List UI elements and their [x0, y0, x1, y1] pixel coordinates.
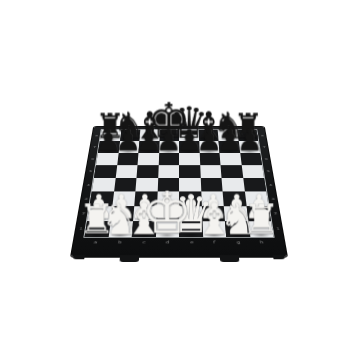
square-h6[interactable] [240, 153, 262, 165]
square-h7[interactable]: ♟ [238, 141, 260, 153]
rank-label-5: 5 [266, 170, 269, 173]
square-a5[interactable] [94, 165, 117, 178]
square-d5[interactable] [158, 165, 179, 178]
file-label-c: c [142, 240, 145, 244]
square-c6[interactable] [138, 153, 159, 165]
square-e6[interactable] [179, 153, 200, 165]
rank-label-6: 6 [264, 158, 267, 161]
square-d1[interactable]: ♚ [155, 221, 179, 237]
rank-label-6: 6 [91, 158, 94, 161]
square-b6[interactable] [117, 153, 139, 165]
file-label-a: a [94, 240, 98, 244]
rank-label-5: 5 [89, 170, 92, 173]
chessboard: 87654321 87654321 abcdefgh ♜♞♝♚♛♝♞♜♟♟♟♟♟… [71, 127, 287, 257]
square-g5[interactable] [220, 165, 242, 178]
file-label-h: h [260, 240, 264, 244]
square-a6[interactable] [96, 153, 118, 165]
file-label-d: d [166, 240, 169, 244]
white-rook-piece[interactable]: ♜ [243, 202, 279, 237]
square-f5[interactable] [200, 165, 222, 178]
board-frame: 87654321 87654321 abcdefgh ♜♞♝♚♛♝♞♜♟♟♟♟♟… [71, 127, 287, 257]
file-label-b: b [118, 240, 122, 244]
board-latch-tab [220, 255, 240, 262]
file-label-e: e [190, 240, 193, 244]
rank-label-4: 4 [86, 183, 89, 186]
board-corner-foot [73, 255, 85, 259]
square-b5[interactable] [115, 165, 137, 178]
file-label-g: g [236, 240, 240, 244]
board-corner-foot [273, 255, 285, 259]
white-rook-piece[interactable]: ♜ [78, 202, 114, 237]
board-grid: ♜♞♝♚♛♝♞♜♟♟♟♟♟♟♟♟♟♟♟♟♟♟♟♟♜♞♝♚♛♝♞♜ [85, 130, 274, 237]
square-c5[interactable] [136, 165, 158, 178]
rank-label-8: 8 [260, 134, 263, 136]
rank-label-7: 7 [93, 146, 96, 149]
rank-label-8: 8 [95, 134, 98, 136]
rank-label-7: 7 [262, 146, 265, 149]
file-labels: abcdefgh [83, 239, 274, 246]
white-king-piece[interactable]: ♚ [142, 188, 193, 237]
black-pawn-piece[interactable]: ♟ [237, 128, 263, 153]
square-d6[interactable] [158, 153, 179, 165]
square-f6[interactable] [199, 153, 220, 165]
square-e5[interactable] [179, 165, 200, 178]
square-g6[interactable] [220, 153, 242, 165]
square-a1[interactable]: ♜ [85, 221, 111, 237]
square-h1[interactable]: ♜ [248, 221, 274, 237]
board-latch-tab [119, 255, 139, 262]
square-h5[interactable] [241, 165, 264, 178]
product-photo-scene: 87654321 87654321 abcdefgh ♜♞♝♚♛♝♞♜♟♟♟♟♟… [0, 0, 360, 360]
file-label-f: f [214, 240, 216, 244]
rank-label-4: 4 [269, 183, 272, 186]
